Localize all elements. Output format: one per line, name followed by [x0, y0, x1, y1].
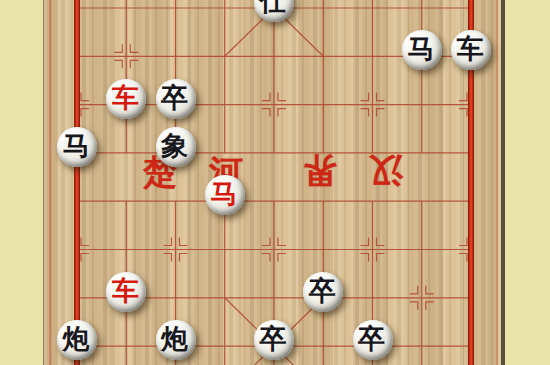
left-background-panel	[0, 0, 43, 365]
piece-red-chariot[interactable]: 车	[106, 79, 146, 119]
piece-label: 炮	[161, 319, 188, 359]
piece-label: 卒	[309, 271, 336, 311]
piece-black-elephant[interactable]: 象	[156, 127, 196, 167]
piece-black-soldier[interactable]: 卒	[156, 79, 196, 119]
piece-label: 车	[112, 78, 139, 118]
piece-label: 车	[112, 271, 139, 311]
piece-red-chariot[interactable]: 车	[106, 272, 146, 312]
piece-label: 马	[210, 174, 237, 214]
piece-label: 仕	[260, 0, 287, 21]
piece-label: 车	[457, 29, 484, 69]
piece-label: 象	[161, 126, 188, 166]
piece-black-horse[interactable]: 马	[402, 30, 442, 70]
piece-black-cannon[interactable]: 炮	[156, 320, 196, 360]
piece-label: 卒	[260, 319, 287, 359]
right-background-panel	[505, 0, 550, 365]
piece-label: 马	[407, 29, 434, 69]
piece-label: 炮	[63, 319, 90, 359]
piece-black-horse[interactable]: 马	[57, 127, 97, 167]
piece-label: 卒	[358, 319, 385, 359]
piece-label: 马	[63, 126, 90, 166]
piece-label: 卒	[161, 78, 188, 118]
xiangqi-board-window: 楚河 汉界 仕马车车卒马象马车卒炮炮卒卒	[0, 0, 550, 365]
piece-black-soldier[interactable]: 卒	[303, 272, 343, 312]
piece-red-horse[interactable]: 马	[205, 175, 245, 215]
piece-black-cannon[interactable]: 炮	[57, 320, 97, 360]
piece-black-soldier[interactable]: 卒	[353, 320, 393, 360]
piece-black-soldier[interactable]: 卒	[254, 320, 294, 360]
river-text-han-jie: 汉界	[303, 150, 403, 192]
